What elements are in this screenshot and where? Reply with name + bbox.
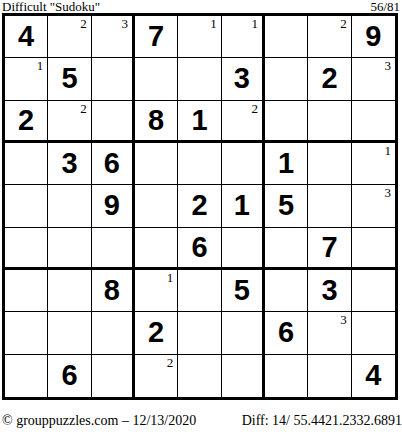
given-digit: 1 xyxy=(278,149,294,178)
cell-r5c5[interactable]: 2 xyxy=(178,185,221,227)
cell-r7c7[interactable] xyxy=(265,270,308,312)
given-digit: 2 xyxy=(321,64,337,93)
cell-r4c4[interactable] xyxy=(135,143,178,185)
given-digit: 3 xyxy=(234,64,250,93)
cell-r9c6[interactable] xyxy=(222,355,265,397)
cell-r9c8[interactable] xyxy=(308,355,351,397)
cell-r7c2[interactable] xyxy=(48,270,91,312)
cell-r6c6[interactable] xyxy=(222,228,265,270)
given-digit: 5 xyxy=(234,276,250,305)
given-digit: 5 xyxy=(278,191,294,220)
cell-r9c5[interactable] xyxy=(178,355,221,397)
given-digit: 8 xyxy=(148,106,164,135)
cell-r2c4[interactable] xyxy=(135,58,178,100)
given-digit: 6 xyxy=(104,149,120,178)
cell-r9c2[interactable]: 6 xyxy=(48,355,91,397)
cell-r9c7[interactable] xyxy=(265,355,308,397)
cell-r6c5[interactable]: 6 xyxy=(178,228,221,270)
given-digit: 2 xyxy=(191,191,207,220)
given-digit: 1 xyxy=(234,191,250,220)
cell-r8c4[interactable]: 2 xyxy=(135,312,178,354)
cell-r3c9[interactable] xyxy=(352,101,395,143)
cell-r8c3[interactable] xyxy=(92,312,135,354)
cell-r4c5[interactable] xyxy=(178,143,221,185)
given-digit: 2 xyxy=(18,106,34,135)
pencil-mark: 1 xyxy=(251,17,258,30)
difficulty-text: Diff: 14/ 55.4421.2332.6891 xyxy=(242,413,402,429)
cell-r9c9[interactable]: 4 xyxy=(352,355,395,397)
cell-r7c4[interactable]: 1 xyxy=(135,270,178,312)
copyright-text: © grouppuzzles.com – 12/13/2020 xyxy=(2,413,196,429)
cell-r2c2[interactable]: 5 xyxy=(48,58,91,100)
cell-r2c7[interactable] xyxy=(265,58,308,100)
sudoku-board: 423711291532322812361192153678153263624 xyxy=(2,13,398,400)
given-digit: 9 xyxy=(365,22,381,51)
cell-r8c8[interactable]: 3 xyxy=(308,312,351,354)
cell-r9c4[interactable]: 2 xyxy=(135,355,178,397)
cell-r3c6[interactable]: 2 xyxy=(222,101,265,143)
cell-r7c3[interactable]: 8 xyxy=(92,270,135,312)
pencil-mark: 2 xyxy=(167,356,174,369)
cell-r7c8[interactable]: 3 xyxy=(308,270,351,312)
given-digit: 8 xyxy=(104,276,120,305)
pencil-mark: 3 xyxy=(121,17,128,30)
cell-r1c9[interactable]: 9 xyxy=(352,16,395,58)
cell-r1c5[interactable]: 1 xyxy=(178,16,221,58)
cell-r8c5[interactable] xyxy=(178,312,221,354)
cell-r5c1[interactable] xyxy=(5,185,48,227)
given-digit: 9 xyxy=(104,191,120,220)
cell-r8c2[interactable] xyxy=(48,312,91,354)
remaining-counter: 56/81 xyxy=(370,0,400,13)
cell-r1c4[interactable]: 7 xyxy=(135,16,178,58)
pencil-mark: 1 xyxy=(384,144,391,157)
pencil-mark: 2 xyxy=(340,17,347,30)
cell-r4c8[interactable] xyxy=(308,143,351,185)
cell-r4c2[interactable]: 3 xyxy=(48,143,91,185)
cell-r2c8[interactable]: 2 xyxy=(308,58,351,100)
given-digit: 3 xyxy=(321,276,337,305)
cell-r1c6[interactable]: 1 xyxy=(222,16,265,58)
sudoku-page: Difficult "Sudoku" 56/81 423711291532322… xyxy=(0,0,402,437)
cell-r6c1[interactable] xyxy=(5,228,48,270)
cell-r8c6[interactable] xyxy=(222,312,265,354)
given-digit: 7 xyxy=(321,233,337,262)
cell-r2c9[interactable]: 3 xyxy=(352,58,395,100)
given-digit: 4 xyxy=(365,361,381,390)
given-digit: 3 xyxy=(61,149,77,178)
cell-r8c9[interactable] xyxy=(352,312,395,354)
puzzle-title: Difficult "Sudoku" xyxy=(2,0,100,13)
cell-r1c7[interactable] xyxy=(265,16,308,58)
cell-r3c8[interactable] xyxy=(308,101,351,143)
cell-r4c1[interactable] xyxy=(5,143,48,185)
cell-r4c6[interactable] xyxy=(222,143,265,185)
pencil-mark: 2 xyxy=(251,102,258,115)
pencil-mark: 2 xyxy=(80,17,87,30)
given-digit: 6 xyxy=(61,361,77,390)
cell-r8c1[interactable] xyxy=(5,312,48,354)
pencil-mark: 3 xyxy=(340,313,347,326)
cell-r2c3[interactable] xyxy=(92,58,135,100)
cell-r9c3[interactable] xyxy=(92,355,135,397)
given-digit: 5 xyxy=(61,64,77,93)
given-digit: 7 xyxy=(148,22,164,51)
cell-r5c3[interactable]: 9 xyxy=(92,185,135,227)
cell-r5c8[interactable] xyxy=(308,185,351,227)
cell-r3c7[interactable] xyxy=(265,101,308,143)
header: Difficult "Sudoku" 56/81 xyxy=(2,0,400,13)
cell-r6c9[interactable] xyxy=(352,228,395,270)
cell-r3c4[interactable]: 8 xyxy=(135,101,178,143)
cell-r9c1[interactable] xyxy=(5,355,48,397)
cell-r1c1[interactable]: 4 xyxy=(5,16,48,58)
cell-r5c4[interactable] xyxy=(135,185,178,227)
cell-r3c2[interactable]: 2 xyxy=(48,101,91,143)
cell-r7c1[interactable] xyxy=(5,270,48,312)
cell-r5c9[interactable]: 3 xyxy=(352,185,395,227)
cell-r6c2[interactable] xyxy=(48,228,91,270)
pencil-mark: 3 xyxy=(384,59,391,72)
cell-r4c9[interactable]: 1 xyxy=(352,143,395,185)
cell-r7c5[interactable] xyxy=(178,270,221,312)
pencil-mark: 1 xyxy=(167,271,174,284)
cell-r6c3[interactable] xyxy=(92,228,135,270)
cell-r6c7[interactable] xyxy=(265,228,308,270)
cell-r5c7[interactable]: 5 xyxy=(265,185,308,227)
cell-r7c6[interactable]: 5 xyxy=(222,270,265,312)
cell-r5c2[interactable] xyxy=(48,185,91,227)
cell-r6c8[interactable]: 7 xyxy=(308,228,351,270)
cell-r2c6[interactable]: 3 xyxy=(222,58,265,100)
cell-r4c3[interactable]: 6 xyxy=(92,143,135,185)
cell-r2c1[interactable]: 1 xyxy=(5,58,48,100)
cell-r3c5[interactable]: 1 xyxy=(178,101,221,143)
pencil-mark: 1 xyxy=(210,17,217,30)
pencil-mark: 3 xyxy=(384,186,391,199)
given-digit: 2 xyxy=(148,318,164,347)
cell-r5c6[interactable]: 1 xyxy=(222,185,265,227)
cell-r7c9[interactable] xyxy=(352,270,395,312)
cell-r3c1[interactable]: 2 xyxy=(5,101,48,143)
footer: © grouppuzzles.com – 12/13/2020 Diff: 14… xyxy=(2,413,402,431)
cell-r1c3[interactable]: 3 xyxy=(92,16,135,58)
cell-r2c5[interactable] xyxy=(178,58,221,100)
given-digit: 1 xyxy=(191,106,207,135)
cell-r1c8[interactable]: 2 xyxy=(308,16,351,58)
pencil-mark: 2 xyxy=(80,102,87,115)
given-digit: 4 xyxy=(18,22,34,51)
given-digit: 6 xyxy=(191,233,207,262)
cell-r3c3[interactable] xyxy=(92,101,135,143)
pencil-mark: 1 xyxy=(37,59,44,72)
cell-r4c7[interactable]: 1 xyxy=(265,143,308,185)
cell-r8c7[interactable]: 6 xyxy=(265,312,308,354)
cell-r6c4[interactable] xyxy=(135,228,178,270)
cell-r1c2[interactable]: 2 xyxy=(48,16,91,58)
given-digit: 6 xyxy=(278,318,294,347)
